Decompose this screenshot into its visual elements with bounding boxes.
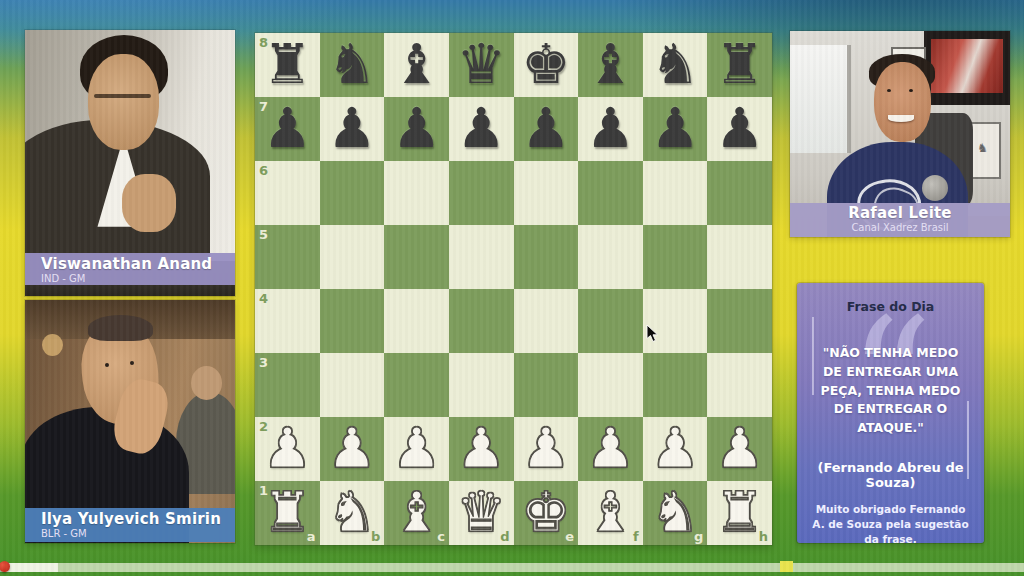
square-e2[interactable]: ♟	[514, 417, 579, 481]
square-b1[interactable]: b♞	[320, 481, 385, 545]
rank-label: 3	[259, 356, 268, 369]
white-knight-piece[interactable]: ♞	[650, 485, 699, 540]
square-a2[interactable]: 2♟	[255, 417, 320, 481]
white-rook-piece[interactable]: ♜	[263, 485, 312, 540]
host-banner: Rafael Leite Canal Xadrez Brasil	[790, 203, 1010, 237]
square-h3[interactable]	[707, 353, 772, 417]
broadcast-frame: Viswanathan Anand IND - GM Ilya Yulyevic…	[0, 0, 1024, 576]
white-pawn-piece[interactable]: ♟	[457, 421, 506, 476]
square-b5[interactable]	[320, 225, 385, 289]
black-bishop-piece[interactable]: ♝	[392, 37, 441, 92]
black-pawn-piece[interactable]: ♟	[521, 101, 570, 156]
square-f4[interactable]	[578, 289, 643, 353]
player-name: Ilya Yulyevich Smirin	[41, 510, 235, 528]
black-knight-piece[interactable]: ♞	[327, 37, 376, 92]
square-e5[interactable]	[514, 225, 579, 289]
photo-light-shape	[42, 334, 63, 356]
square-e8[interactable]: ♚	[514, 33, 579, 97]
square-h7[interactable]: ♟	[707, 97, 772, 161]
black-king-piece[interactable]: ♚	[521, 37, 570, 92]
square-d5[interactable]	[449, 225, 514, 289]
square-f6[interactable]	[578, 161, 643, 225]
player-details: BLR - GM	[41, 528, 235, 539]
host-webcam: ♜ ♞ Rafael Leite Canal Xadrez Brasil	[790, 31, 1010, 237]
square-f8[interactable]: ♝	[578, 33, 643, 97]
quote-text: "NÃO TENHA MEDO DE ENTREGAR UMA PEÇA, TE…	[817, 344, 964, 438]
progress-played-segment	[6, 563, 58, 572]
square-a3[interactable]: 3	[255, 353, 320, 417]
black-knight-piece[interactable]: ♞	[650, 37, 699, 92]
square-h4[interactable]	[707, 289, 772, 353]
square-b7[interactable]: ♟	[320, 97, 385, 161]
square-g2[interactable]: ♟	[643, 417, 708, 481]
black-queen-piece[interactable]: ♛	[457, 37, 506, 92]
player-details: IND - GM	[41, 273, 235, 284]
square-c7[interactable]: ♟	[384, 97, 449, 161]
square-d3[interactable]	[449, 353, 514, 417]
square-a5[interactable]: 5	[255, 225, 320, 289]
video-progress-bar[interactable]	[0, 563, 1024, 572]
square-e1[interactable]: e♚	[514, 481, 579, 545]
photo-eye-shape	[105, 363, 109, 367]
head-shape	[874, 62, 931, 142]
square-g6[interactable]	[643, 161, 708, 225]
white-pawn-piece[interactable]: ♟	[521, 421, 570, 476]
square-a1[interactable]: 1a♜	[255, 481, 320, 545]
square-e3[interactable]	[514, 353, 579, 417]
quote-note: Muito obrigado Fernando A. de Souza pela…	[811, 502, 970, 548]
white-pawn-piece[interactable]: ♟	[263, 421, 312, 476]
square-e4[interactable]	[514, 289, 579, 353]
eye-shape	[909, 89, 913, 92]
square-c6[interactable]	[384, 161, 449, 225]
square-a4[interactable]: 4	[255, 289, 320, 353]
white-pawn-piece[interactable]: ♟	[327, 421, 376, 476]
host-name: Rafael Leite	[790, 204, 1010, 222]
white-queen-piece[interactable]: ♛	[457, 485, 506, 540]
square-d8[interactable]: ♛	[449, 33, 514, 97]
white-bishop-piece[interactable]: ♝	[392, 485, 441, 540]
mouse-cursor-icon	[646, 324, 659, 343]
microphone-shape	[922, 175, 948, 201]
square-d1[interactable]: d♛	[449, 481, 514, 545]
photo-hands-shape	[122, 174, 177, 233]
square-g1[interactable]: g♞	[643, 481, 708, 545]
square-e7[interactable]: ♟	[514, 97, 579, 161]
player-banner-smirin: Ilya Yulyevich Smirin BLR - GM	[25, 508, 235, 542]
square-f2[interactable]: ♟	[578, 417, 643, 481]
square-a7[interactable]: 7♟	[255, 97, 320, 161]
progress-marker	[780, 561, 793, 572]
black-pawn-piece[interactable]: ♟	[327, 101, 376, 156]
chess-board: 8♜♞♝♛♚♝♞♜7♟♟♟♟♟♟♟♟65432♟♟♟♟♟♟♟♟1a♜b♞c♝d♛…	[255, 33, 772, 545]
square-h6[interactable]	[707, 161, 772, 225]
rank-label: 6	[259, 164, 268, 177]
white-rook-piece[interactable]: ♜	[715, 485, 764, 540]
square-h1[interactable]: h♜	[707, 481, 772, 545]
rank-label: 5	[259, 228, 268, 241]
photo-bg-head-shape	[191, 366, 223, 400]
tv-content-shape	[931, 39, 1004, 93]
quote-attribution: (Fernando Abreu de Souza)	[797, 460, 984, 490]
photo-head-shape	[88, 54, 159, 150]
square-h8[interactable]: ♜	[707, 33, 772, 97]
white-pawn-piece[interactable]: ♟	[392, 421, 441, 476]
square-b6[interactable]	[320, 161, 385, 225]
rank-label: 4	[259, 292, 268, 305]
quote-panel: Frase do Dia “ "NÃO TENHA MEDO DE ENTREG…	[797, 283, 984, 543]
black-rook-piece[interactable]: ♜	[263, 37, 312, 92]
black-pawn-piece[interactable]: ♟	[650, 101, 699, 156]
square-f3[interactable]	[578, 353, 643, 417]
black-pawn-piece[interactable]: ♟	[457, 101, 506, 156]
black-pawn-piece[interactable]: ♟	[586, 101, 635, 156]
square-d6[interactable]	[449, 161, 514, 225]
square-c8[interactable]: ♝	[384, 33, 449, 97]
square-c4[interactable]	[384, 289, 449, 353]
square-g4[interactable]	[643, 289, 708, 353]
white-bishop-piece[interactable]: ♝	[586, 485, 635, 540]
square-c3[interactable]	[384, 353, 449, 417]
player-banner-anand: Viswanathan Anand IND - GM	[25, 253, 235, 285]
square-g8[interactable]: ♞	[643, 33, 708, 97]
square-e6[interactable]	[514, 161, 579, 225]
square-c2[interactable]: ♟	[384, 417, 449, 481]
player-name: Viswanathan Anand	[41, 255, 235, 273]
square-d7[interactable]: ♟	[449, 97, 514, 161]
white-knight-piece[interactable]: ♞	[327, 485, 376, 540]
white-king-piece[interactable]: ♚	[521, 485, 570, 540]
photo-eye-shape	[130, 361, 134, 365]
quote-title: Frase do Dia	[797, 299, 984, 314]
square-a8[interactable]: 8♜	[255, 33, 320, 97]
square-d2[interactable]: ♟	[449, 417, 514, 481]
square-g5[interactable]	[643, 225, 708, 289]
square-a6[interactable]: 6	[255, 161, 320, 225]
white-pawn-piece[interactable]: ♟	[715, 421, 764, 476]
square-b2[interactable]: ♟	[320, 417, 385, 481]
window-shape	[790, 45, 851, 152]
black-pawn-piece[interactable]: ♟	[392, 101, 441, 156]
photo-glasses-shape	[94, 94, 151, 98]
square-b4[interactable]	[320, 289, 385, 353]
black-pawn-piece[interactable]: ♟	[263, 101, 312, 156]
square-c1[interactable]: c♝	[384, 481, 449, 545]
square-g3[interactable]	[643, 353, 708, 417]
black-pawn-piece[interactable]: ♟	[715, 101, 764, 156]
decorative-line	[812, 317, 814, 395]
square-f7[interactable]: ♟	[578, 97, 643, 161]
host-channel: Canal Xadrez Brasil	[790, 222, 1010, 233]
white-pawn-piece[interactable]: ♟	[586, 421, 635, 476]
square-f1[interactable]: f♝	[578, 481, 643, 545]
black-rook-piece[interactable]: ♜	[715, 37, 764, 92]
square-d4[interactable]	[449, 289, 514, 353]
photo-hair-shape	[88, 315, 153, 342]
white-pawn-piece[interactable]: ♟	[650, 421, 699, 476]
square-h5[interactable]	[707, 225, 772, 289]
player-photo-smirin: Ilya Yulyevich Smirin BLR - GM	[25, 300, 235, 543]
player-photo-anand: Viswanathan Anand IND - GM	[25, 30, 235, 296]
black-bishop-piece[interactable]: ♝	[586, 37, 635, 92]
square-g7[interactable]: ♟	[643, 97, 708, 161]
eye-shape	[887, 89, 891, 92]
square-b3[interactable]	[320, 353, 385, 417]
square-h2[interactable]: ♟	[707, 417, 772, 481]
square-f5[interactable]	[578, 225, 643, 289]
square-c5[interactable]	[384, 225, 449, 289]
square-b8[interactable]: ♞	[320, 33, 385, 97]
